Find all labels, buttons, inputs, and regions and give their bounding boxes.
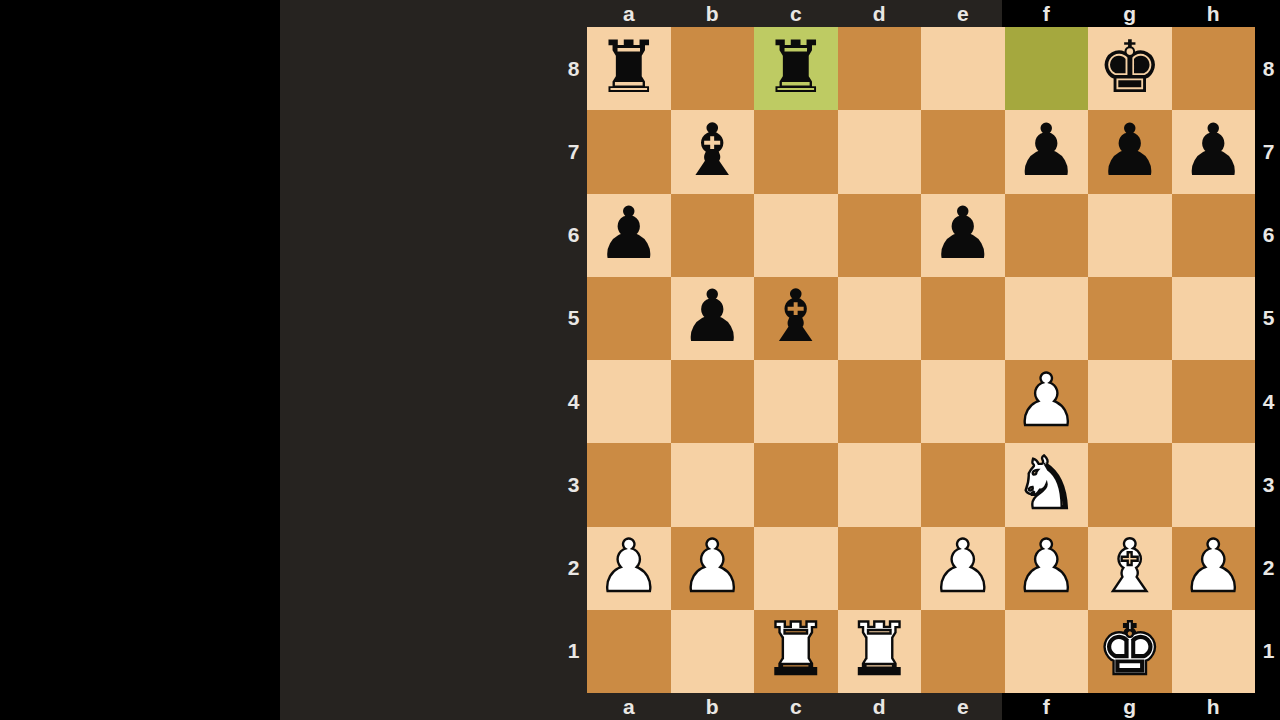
square-a2[interactable]: ♟ xyxy=(587,527,671,610)
square-f2[interactable]: ♟ xyxy=(1005,527,1089,610)
rank-label-1: 1 xyxy=(1255,610,1280,693)
square-e8[interactable] xyxy=(921,27,1005,110)
square-c7[interactable] xyxy=(754,110,838,193)
square-b6[interactable] xyxy=(671,194,755,277)
square-e6[interactable]: ♟ xyxy=(921,194,1005,277)
piece-white-pawn[interactable]: ♟ xyxy=(1181,530,1246,602)
square-d7[interactable] xyxy=(838,110,922,193)
square-a5[interactable] xyxy=(587,277,671,360)
square-e4[interactable] xyxy=(921,360,1005,443)
piece-black-bishop[interactable]: ♝ xyxy=(763,280,828,352)
square-a3[interactable] xyxy=(587,443,671,526)
square-g4[interactable] xyxy=(1088,360,1172,443)
square-a4[interactable] xyxy=(587,360,671,443)
piece-white-pawn[interactable]: ♟ xyxy=(596,530,661,602)
square-b5[interactable]: ♟ xyxy=(671,277,755,360)
rank-labels-right: 87654321 xyxy=(1255,27,1280,693)
square-c4[interactable] xyxy=(754,360,838,443)
rank-label-7: 7 xyxy=(560,110,587,193)
file-label-b: b xyxy=(671,0,755,27)
file-label-g: g xyxy=(1088,0,1172,27)
file-label-f: f xyxy=(1005,0,1089,27)
rank-label-7: 7 xyxy=(1255,110,1280,193)
piece-white-rook[interactable]: ♜ xyxy=(763,613,828,685)
file-label-a: a xyxy=(587,0,671,27)
square-f1[interactable] xyxy=(1005,610,1089,693)
square-e2[interactable]: ♟ xyxy=(921,527,1005,610)
square-h3[interactable] xyxy=(1172,443,1256,526)
rank-label-6: 6 xyxy=(560,194,587,277)
piece-black-rook[interactable]: ♜ xyxy=(763,31,828,103)
file-label-f: f xyxy=(1005,693,1089,720)
file-labels-bottom: abcdefgh xyxy=(587,693,1255,720)
square-e1[interactable] xyxy=(921,610,1005,693)
square-c3[interactable] xyxy=(754,443,838,526)
file-label-e: e xyxy=(921,693,1005,720)
rank-label-1: 1 xyxy=(560,610,587,693)
square-b7[interactable]: ♝ xyxy=(671,110,755,193)
square-f8[interactable] xyxy=(1005,27,1089,110)
square-e5[interactable] xyxy=(921,277,1005,360)
square-f4[interactable]: ♟ xyxy=(1005,360,1089,443)
piece-white-bishop[interactable]: ♝ xyxy=(1097,530,1162,602)
file-label-c: c xyxy=(754,693,838,720)
chess-board: ♜♜♚♝♟♟♟♟♟♟♝♟♞♟♟♟♟♝♟♜♜♚ xyxy=(587,27,1255,693)
letterbox-left xyxy=(0,0,280,720)
square-g2[interactable]: ♝ xyxy=(1088,527,1172,610)
square-d5[interactable] xyxy=(838,277,922,360)
piece-black-rook[interactable]: ♜ xyxy=(596,31,661,103)
square-a8[interactable]: ♜ xyxy=(587,27,671,110)
rank-label-4: 4 xyxy=(560,360,587,443)
square-c2[interactable] xyxy=(754,527,838,610)
square-c6[interactable] xyxy=(754,194,838,277)
piece-black-pawn[interactable]: ♟ xyxy=(930,197,995,269)
piece-white-knight[interactable]: ♞ xyxy=(1014,447,1079,519)
square-b1[interactable] xyxy=(671,610,755,693)
square-d8[interactable] xyxy=(838,27,922,110)
piece-black-pawn[interactable]: ♟ xyxy=(1097,114,1162,186)
square-f7[interactable]: ♟ xyxy=(1005,110,1089,193)
square-d2[interactable] xyxy=(838,527,922,610)
square-h1[interactable] xyxy=(1172,610,1256,693)
piece-black-king[interactable]: ♚ xyxy=(1097,31,1162,103)
square-g5[interactable] xyxy=(1088,277,1172,360)
square-c1[interactable]: ♜ xyxy=(754,610,838,693)
square-g7[interactable]: ♟ xyxy=(1088,110,1172,193)
piece-white-pawn[interactable]: ♟ xyxy=(680,530,745,602)
board-frame: abcdefgh abcdefgh 87654321 87654321 ♜♜♚♝… xyxy=(280,0,1002,720)
piece-black-pawn[interactable]: ♟ xyxy=(680,280,745,352)
file-label-d: d xyxy=(838,693,922,720)
square-b4[interactable] xyxy=(671,360,755,443)
rank-label-8: 8 xyxy=(560,27,587,110)
piece-white-king[interactable]: ♚ xyxy=(1097,613,1162,685)
file-label-h: h xyxy=(1172,0,1256,27)
square-h6[interactable] xyxy=(1172,194,1256,277)
rank-label-5: 5 xyxy=(1255,277,1280,360)
rank-label-4: 4 xyxy=(1255,360,1280,443)
file-label-h: h xyxy=(1172,693,1256,720)
file-label-g: g xyxy=(1088,693,1172,720)
square-d1[interactable]: ♜ xyxy=(838,610,922,693)
square-h2[interactable]: ♟ xyxy=(1172,527,1256,610)
piece-white-rook[interactable]: ♜ xyxy=(847,613,912,685)
square-h8[interactable] xyxy=(1172,27,1256,110)
square-b3[interactable] xyxy=(671,443,755,526)
square-b8[interactable] xyxy=(671,27,755,110)
square-f3[interactable]: ♞ xyxy=(1005,443,1089,526)
square-d6[interactable] xyxy=(838,194,922,277)
rank-label-3: 3 xyxy=(1255,443,1280,526)
piece-black-pawn[interactable]: ♟ xyxy=(1181,114,1246,186)
rank-label-8: 8 xyxy=(1255,27,1280,110)
file-label-b: b xyxy=(671,693,755,720)
square-d3[interactable] xyxy=(838,443,922,526)
rank-label-3: 3 xyxy=(560,443,587,526)
square-g1[interactable]: ♚ xyxy=(1088,610,1172,693)
piece-white-pawn[interactable]: ♟ xyxy=(1014,364,1079,436)
square-f5[interactable] xyxy=(1005,277,1089,360)
piece-white-pawn[interactable]: ♟ xyxy=(1014,530,1079,602)
video-frame: abcdefgh abcdefgh 87654321 87654321 ♜♜♚♝… xyxy=(0,0,1280,720)
file-label-e: e xyxy=(921,0,1005,27)
piece-white-pawn[interactable]: ♟ xyxy=(930,530,995,602)
file-labels-top: abcdefgh xyxy=(587,0,1255,27)
file-label-d: d xyxy=(838,0,922,27)
square-e7[interactable] xyxy=(921,110,1005,193)
square-c8[interactable]: ♜ xyxy=(754,27,838,110)
square-a6[interactable]: ♟ xyxy=(587,194,671,277)
rank-label-2: 2 xyxy=(1255,527,1280,610)
file-label-a: a xyxy=(587,693,671,720)
rank-label-2: 2 xyxy=(560,527,587,610)
square-h7[interactable]: ♟ xyxy=(1172,110,1256,193)
square-h5[interactable] xyxy=(1172,277,1256,360)
rank-label-6: 6 xyxy=(1255,194,1280,277)
piece-black-pawn[interactable]: ♟ xyxy=(1014,114,1079,186)
file-label-c: c xyxy=(754,0,838,27)
rank-labels-left: 87654321 xyxy=(560,27,587,693)
square-g6[interactable] xyxy=(1088,194,1172,277)
square-c5[interactable]: ♝ xyxy=(754,277,838,360)
square-a7[interactable] xyxy=(587,110,671,193)
square-f6[interactable] xyxy=(1005,194,1089,277)
square-g8[interactable]: ♚ xyxy=(1088,27,1172,110)
piece-black-bishop[interactable]: ♝ xyxy=(680,114,745,186)
square-g3[interactable] xyxy=(1088,443,1172,526)
square-b2[interactable]: ♟ xyxy=(671,527,755,610)
square-e3[interactable] xyxy=(921,443,1005,526)
square-a1[interactable] xyxy=(587,610,671,693)
rank-label-5: 5 xyxy=(560,277,587,360)
piece-black-pawn[interactable]: ♟ xyxy=(596,197,661,269)
square-h4[interactable] xyxy=(1172,360,1256,443)
square-d4[interactable] xyxy=(838,360,922,443)
